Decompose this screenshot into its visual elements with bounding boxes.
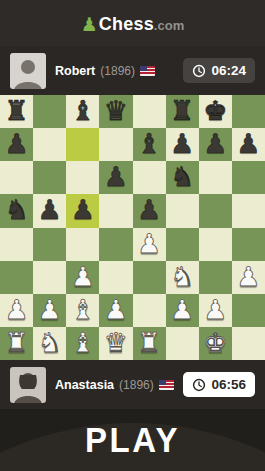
piece-black-pawn-a7: ♟: [4, 130, 28, 157]
square-g2[interactable]: ♟: [199, 294, 232, 327]
square-b3[interactable]: [33, 261, 66, 294]
square-a6[interactable]: [0, 161, 33, 194]
piece-white-knight-b1: ♞: [38, 329, 62, 356]
piece-black-pawn-h7: ♟: [236, 130, 260, 157]
clock-top: 06:24: [183, 58, 255, 83]
app-screen: ♟ Chess .com Robert (1896) 06:24 ♜♝♛♜♚♟♝…: [0, 0, 265, 471]
square-d2[interactable]: ♟: [99, 294, 132, 327]
piece-black-knight-f6: ♞: [170, 163, 194, 190]
square-h4[interactable]: [232, 228, 265, 261]
square-a4[interactable]: [0, 228, 33, 261]
person-silhouette-icon: [10, 367, 46, 403]
square-d4[interactable]: [99, 228, 132, 261]
clock-icon: [192, 64, 206, 78]
play-button[interactable]: PLAY: [0, 409, 265, 471]
piece-black-rook-a8: ♜: [4, 97, 28, 124]
square-f2[interactable]: ♟: [166, 294, 199, 327]
piece-white-pawn-b2: ♟: [38, 296, 62, 323]
square-c2[interactable]: ♝: [66, 294, 99, 327]
square-e2[interactable]: [133, 294, 166, 327]
player-bar-bottom: Anastasia (1896) 06:56: [0, 360, 265, 409]
piece-black-knight-a5: ♞: [4, 196, 28, 223]
square-c7[interactable]: [66, 128, 99, 161]
square-e6[interactable]: [133, 161, 166, 194]
square-b4[interactable]: [33, 228, 66, 261]
square-a5[interactable]: ♞: [0, 194, 33, 227]
piece-white-rook-a1: ♜: [4, 329, 28, 356]
square-h1[interactable]: [232, 327, 265, 360]
piece-white-knight-f3: ♞: [170, 263, 194, 290]
play-section: PLAY: [0, 409, 265, 471]
piece-black-queen-d8: ♛: [104, 97, 128, 124]
square-e1[interactable]: ♜: [133, 327, 166, 360]
piece-black-pawn-e5: ♟: [137, 196, 161, 223]
square-g7[interactable]: ♟: [199, 128, 232, 161]
square-h8[interactable]: [232, 95, 265, 128]
avatar-top[interactable]: [10, 53, 46, 89]
square-h3[interactable]: ♟: [232, 261, 265, 294]
piece-black-pawn-g7: ♟: [203, 130, 227, 157]
player-name-bottom: Anastasia: [55, 378, 114, 392]
square-b1[interactable]: ♞: [33, 327, 66, 360]
chess-board: ♜♝♛♜♚♟♝♟♟♟♟♞♞♟♟♟♟♟♞♟♟♟♝♟♟♟♜♞♝♛♜♚: [0, 95, 265, 360]
piece-white-bishop-c1: ♝: [71, 329, 95, 356]
piece-black-pawn-f7: ♟: [170, 130, 194, 157]
square-h2[interactable]: [232, 294, 265, 327]
square-c3[interactable]: ♟: [66, 261, 99, 294]
square-g8[interactable]: ♚: [199, 95, 232, 128]
square-f1[interactable]: [166, 327, 199, 360]
player-rating-bottom: (1896): [119, 378, 154, 392]
us-flag-icon: [159, 380, 174, 390]
square-e3[interactable]: [133, 261, 166, 294]
piece-black-king-g8: ♚: [203, 97, 227, 124]
clock-icon: [192, 378, 206, 392]
square-e7[interactable]: ♝: [133, 128, 166, 161]
app-header: ♟ Chess .com: [0, 0, 265, 46]
square-c5[interactable]: ♟: [66, 194, 99, 227]
piece-black-rook-f8: ♜: [170, 97, 194, 124]
square-b5[interactable]: ♟: [33, 194, 66, 227]
square-d3[interactable]: [99, 261, 132, 294]
piece-white-rook-e1: ♜: [137, 329, 161, 356]
square-h7[interactable]: ♟: [232, 128, 265, 161]
piece-white-king-g1: ♚: [203, 329, 227, 356]
piece-white-pawn-g2: ♟: [203, 296, 227, 323]
square-f3[interactable]: ♞: [166, 261, 199, 294]
square-a2[interactable]: ♟: [0, 294, 33, 327]
logo-suffix: .com: [154, 18, 184, 33]
piece-black-bishop-e7: ♝: [137, 130, 161, 157]
square-f7[interactable]: ♟: [166, 128, 199, 161]
square-e8[interactable]: [133, 95, 166, 128]
square-f8[interactable]: ♜: [166, 95, 199, 128]
square-c4[interactable]: [66, 228, 99, 261]
square-f4[interactable]: [166, 228, 199, 261]
player-bar-top: Robert (1896) 06:24: [0, 46, 265, 95]
square-d5[interactable]: [99, 194, 132, 227]
square-a1[interactable]: ♜: [0, 327, 33, 360]
square-c8[interactable]: ♝: [66, 95, 99, 128]
player-name-top: Robert: [55, 64, 95, 78]
avatar-bottom[interactable]: [10, 367, 46, 403]
square-a8[interactable]: ♜: [0, 95, 33, 128]
square-d6[interactable]: ♟: [99, 161, 132, 194]
chesscom-logo[interactable]: ♟ Chess .com: [81, 12, 184, 35]
player-info-bottom: Anastasia (1896): [55, 378, 183, 392]
square-b2[interactable]: ♟: [33, 294, 66, 327]
piece-black-pawn-b5: ♟: [38, 196, 62, 223]
piece-white-queen-d1: ♛: [104, 329, 128, 356]
piece-white-pawn-h3: ♟: [236, 263, 260, 290]
piece-black-pawn-c5: ♟: [71, 196, 95, 223]
square-e4[interactable]: ♟: [133, 228, 166, 261]
square-b6[interactable]: [33, 161, 66, 194]
piece-white-pawn-e4: ♟: [137, 230, 161, 257]
person-silhouette-icon: [10, 53, 46, 89]
player-info-top: Robert (1896): [55, 64, 183, 78]
square-c6[interactable]: [66, 161, 99, 194]
square-f6[interactable]: ♞: [166, 161, 199, 194]
piece-white-pawn-a2: ♟: [4, 296, 28, 323]
square-f5[interactable]: [166, 194, 199, 227]
square-g1[interactable]: ♚: [199, 327, 232, 360]
us-flag-icon: [140, 66, 155, 76]
square-e5[interactable]: ♟: [133, 194, 166, 227]
piece-white-pawn-d2: ♟: [104, 296, 128, 323]
clock-bottom-time: 06:56: [211, 377, 246, 392]
square-g5[interactable]: [199, 194, 232, 227]
piece-black-pawn-d6: ♟: [104, 163, 128, 190]
square-b7[interactable]: [33, 128, 66, 161]
square-a7[interactable]: ♟: [0, 128, 33, 161]
pawn-logo-icon: ♟: [81, 13, 98, 35]
square-d7[interactable]: [99, 128, 132, 161]
square-g4[interactable]: [199, 228, 232, 261]
square-h6[interactable]: [232, 161, 265, 194]
player-rating-top: (1896): [100, 64, 135, 78]
square-b8[interactable]: [33, 95, 66, 128]
square-d8[interactable]: ♛: [99, 95, 132, 128]
piece-white-bishop-c2: ♝: [71, 296, 95, 323]
square-a3[interactable]: [0, 261, 33, 294]
clock-top-time: 06:24: [211, 63, 246, 78]
square-d1[interactable]: ♛: [99, 327, 132, 360]
piece-black-bishop-c8: ♝: [71, 97, 95, 124]
square-h5[interactable]: [232, 194, 265, 227]
clock-bottom: 06:56: [183, 372, 255, 397]
logo-text: Chess: [99, 14, 154, 35]
square-g6[interactable]: [199, 161, 232, 194]
piece-white-pawn-c3: ♟: [71, 263, 95, 290]
square-c1[interactable]: ♝: [66, 327, 99, 360]
square-g3[interactable]: [199, 261, 232, 294]
piece-white-pawn-f2: ♟: [170, 296, 194, 323]
